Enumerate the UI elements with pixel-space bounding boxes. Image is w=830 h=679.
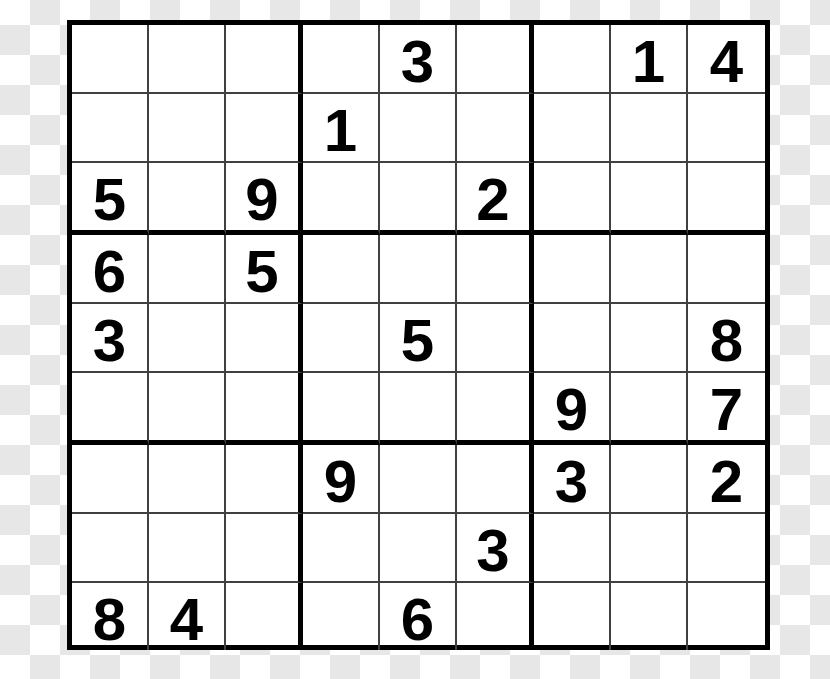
empty-cell-r2c6[interactable] (457, 94, 534, 163)
empty-cell-r4c6[interactable] (457, 235, 534, 304)
empty-cell-r3c9[interactable] (688, 163, 765, 235)
empty-cell-r8c4[interactable] (303, 514, 380, 583)
empty-cell-r9c4[interactable] (303, 583, 380, 650)
empty-cell-r1c3[interactable] (226, 25, 303, 94)
empty-cell-r4c5[interactable] (380, 235, 457, 304)
given-cell-r6c7: 9 (534, 373, 611, 445)
given-cell-r3c1: 5 (72, 163, 149, 235)
given-cell-r1c5: 3 (380, 25, 457, 94)
empty-cell-r8c3[interactable] (226, 514, 303, 583)
empty-cell-r9c3[interactable] (226, 583, 303, 650)
given-cell-r2c4: 1 (303, 94, 380, 163)
empty-cell-r7c6[interactable] (457, 445, 534, 514)
empty-cell-r3c7[interactable] (534, 163, 611, 235)
given-cell-r5c9: 8 (688, 304, 765, 373)
empty-cell-r8c9[interactable] (688, 514, 765, 583)
given-cell-r8c6: 3 (457, 514, 534, 583)
given-cell-r1c9: 4 (688, 25, 765, 94)
given-cell-r3c6: 2 (457, 163, 534, 235)
empty-cell-r6c2[interactable] (149, 373, 226, 445)
given-cell-r4c3: 5 (226, 235, 303, 304)
empty-cell-r7c5[interactable] (380, 445, 457, 514)
empty-cell-r5c4[interactable] (303, 304, 380, 373)
empty-cell-r2c7[interactable] (534, 94, 611, 163)
empty-cell-r5c2[interactable] (149, 304, 226, 373)
empty-cell-r4c4[interactable] (303, 235, 380, 304)
empty-cell-r2c5[interactable] (380, 94, 457, 163)
given-cell-r5c1: 3 (72, 304, 149, 373)
empty-cell-r6c3[interactable] (226, 373, 303, 445)
empty-cell-r6c5[interactable] (380, 373, 457, 445)
empty-cell-r1c2[interactable] (149, 25, 226, 94)
empty-cell-r5c7[interactable] (534, 304, 611, 373)
empty-cell-r4c2[interactable] (149, 235, 226, 304)
given-cell-r9c1: 8 (72, 583, 149, 650)
empty-cell-r4c9[interactable] (688, 235, 765, 304)
empty-cell-r1c4[interactable] (303, 25, 380, 94)
empty-cell-r2c3[interactable] (226, 94, 303, 163)
empty-cell-r9c7[interactable] (534, 583, 611, 650)
given-cell-r6c9: 7 (688, 373, 765, 445)
sudoku-board: 314159265358979323846 (67, 20, 770, 650)
empty-cell-r6c4[interactable] (303, 373, 380, 445)
empty-cell-r8c5[interactable] (380, 514, 457, 583)
empty-cell-r6c6[interactable] (457, 373, 534, 445)
empty-cell-r1c6[interactable] (457, 25, 534, 94)
empty-cell-r3c2[interactable] (149, 163, 226, 235)
empty-cell-r2c8[interactable] (611, 94, 688, 163)
empty-cell-r7c2[interactable] (149, 445, 226, 514)
empty-cell-r8c1[interactable] (72, 514, 149, 583)
empty-cell-r2c2[interactable] (149, 94, 226, 163)
empty-cell-r5c3[interactable] (226, 304, 303, 373)
empty-cell-r2c9[interactable] (688, 94, 765, 163)
empty-cell-r9c8[interactable] (611, 583, 688, 650)
given-cell-r7c4: 9 (303, 445, 380, 514)
empty-cell-r8c8[interactable] (611, 514, 688, 583)
empty-cell-r5c6[interactable] (457, 304, 534, 373)
empty-cell-r1c1[interactable] (72, 25, 149, 94)
empty-cell-r7c1[interactable] (72, 445, 149, 514)
empty-cell-r9c6[interactable] (457, 583, 534, 650)
empty-cell-r4c7[interactable] (534, 235, 611, 304)
empty-cell-r5c8[interactable] (611, 304, 688, 373)
empty-cell-r8c2[interactable] (149, 514, 226, 583)
empty-cell-r6c8[interactable] (611, 373, 688, 445)
given-cell-r9c5: 6 (380, 583, 457, 650)
empty-cell-r8c7[interactable] (534, 514, 611, 583)
empty-cell-r7c8[interactable] (611, 445, 688, 514)
given-cell-r4c1: 6 (72, 235, 149, 304)
empty-cell-r3c8[interactable] (611, 163, 688, 235)
empty-cell-r2c1[interactable] (72, 94, 149, 163)
empty-cell-r3c4[interactable] (303, 163, 380, 235)
empty-cell-r1c7[interactable] (534, 25, 611, 94)
given-cell-r1c8: 1 (611, 25, 688, 94)
empty-cell-r9c9[interactable] (688, 583, 765, 650)
given-cell-r3c3: 9 (226, 163, 303, 235)
empty-cell-r7c3[interactable] (226, 445, 303, 514)
given-cell-r9c2: 4 (149, 583, 226, 650)
empty-cell-r3c5[interactable] (380, 163, 457, 235)
empty-cell-r4c8[interactable] (611, 235, 688, 304)
transparency-checkerboard: 314159265358979323846 (0, 0, 830, 679)
empty-cell-r6c1[interactable] (72, 373, 149, 445)
given-cell-r5c5: 5 (380, 304, 457, 373)
given-cell-r7c7: 3 (534, 445, 611, 514)
given-cell-r7c9: 2 (688, 445, 765, 514)
